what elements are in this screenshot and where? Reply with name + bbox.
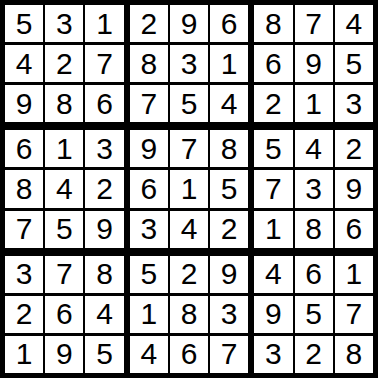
cell-r8c9[interactable]: 7 bbox=[335, 296, 373, 333]
cell-r3c7[interactable]: 2 bbox=[254, 85, 292, 122]
cell-r1c6[interactable]: 6 bbox=[210, 5, 248, 42]
cell-r7c3[interactable]: 8 bbox=[85, 256, 123, 293]
cell-r3c8[interactable]: 1 bbox=[295, 85, 333, 122]
cell-r7c9[interactable]: 1 bbox=[335, 256, 373, 293]
cell-r6c9[interactable]: 6 bbox=[335, 211, 373, 248]
cell-r6c1[interactable]: 7 bbox=[5, 211, 43, 248]
cell-r6c7[interactable]: 1 bbox=[254, 211, 292, 248]
cell-r5c5[interactable]: 1 bbox=[170, 170, 208, 207]
sudoku-box-6: 542739186 bbox=[254, 130, 373, 247]
cell-r4c1[interactable]: 6 bbox=[5, 130, 43, 167]
sudoku-box-3: 874695213 bbox=[254, 5, 373, 122]
cell-r1c4[interactable]: 2 bbox=[130, 5, 168, 42]
cell-r8c2[interactable]: 6 bbox=[45, 296, 83, 333]
cell-r4c6[interactable]: 8 bbox=[210, 130, 248, 167]
cell-r2c6[interactable]: 1 bbox=[210, 45, 248, 82]
cell-r9c7[interactable]: 3 bbox=[254, 336, 292, 373]
cell-r4c3[interactable]: 3 bbox=[85, 130, 123, 167]
cell-r6c2[interactable]: 5 bbox=[45, 211, 83, 248]
cell-r5c9[interactable]: 9 bbox=[335, 170, 373, 207]
cell-r8c7[interactable]: 9 bbox=[254, 296, 292, 333]
sudoku-box-7: 378264195 bbox=[5, 256, 124, 373]
cell-r6c4[interactable]: 3 bbox=[130, 211, 168, 248]
cell-r1c7[interactable]: 8 bbox=[254, 5, 292, 42]
cell-r2c4[interactable]: 8 bbox=[130, 45, 168, 82]
cell-r5c1[interactable]: 8 bbox=[5, 170, 43, 207]
cell-r6c5[interactable]: 4 bbox=[170, 211, 208, 248]
cell-r5c2[interactable]: 4 bbox=[45, 170, 83, 207]
cell-r1c1[interactable]: 5 bbox=[5, 5, 43, 42]
cell-r8c4[interactable]: 1 bbox=[130, 296, 168, 333]
cell-r4c5[interactable]: 7 bbox=[170, 130, 208, 167]
cell-r2c2[interactable]: 2 bbox=[45, 45, 83, 82]
cell-r5c7[interactable]: 7 bbox=[254, 170, 292, 207]
cell-r3c4[interactable]: 7 bbox=[130, 85, 168, 122]
cell-r9c3[interactable]: 5 bbox=[85, 336, 123, 373]
sudoku-box-1: 531427986 bbox=[5, 5, 124, 122]
cell-r2c7[interactable]: 6 bbox=[254, 45, 292, 82]
cell-r2c9[interactable]: 5 bbox=[335, 45, 373, 82]
cell-r8c8[interactable]: 5 bbox=[295, 296, 333, 333]
cell-r5c8[interactable]: 3 bbox=[295, 170, 333, 207]
cell-r9c9[interactable]: 8 bbox=[335, 336, 373, 373]
cell-r5c6[interactable]: 5 bbox=[210, 170, 248, 207]
cell-r4c2[interactable]: 1 bbox=[45, 130, 83, 167]
cell-r9c5[interactable]: 6 bbox=[170, 336, 208, 373]
cell-r3c5[interactable]: 5 bbox=[170, 85, 208, 122]
cell-r3c9[interactable]: 3 bbox=[335, 85, 373, 122]
cell-r5c3[interactable]: 2 bbox=[85, 170, 123, 207]
cell-r1c3[interactable]: 1 bbox=[85, 5, 123, 42]
cell-r3c6[interactable]: 4 bbox=[210, 85, 248, 122]
cell-r4c4[interactable]: 9 bbox=[130, 130, 168, 167]
sudoku-box-8: 529183467 bbox=[130, 256, 249, 373]
cell-r7c5[interactable]: 2 bbox=[170, 256, 208, 293]
cell-r3c1[interactable]: 9 bbox=[5, 85, 43, 122]
cell-r7c6[interactable]: 9 bbox=[210, 256, 248, 293]
cell-r6c8[interactable]: 8 bbox=[295, 211, 333, 248]
cell-r4c7[interactable]: 5 bbox=[254, 130, 292, 167]
cell-r5c4[interactable]: 6 bbox=[130, 170, 168, 207]
cell-r9c1[interactable]: 1 bbox=[5, 336, 43, 373]
cell-r9c2[interactable]: 9 bbox=[45, 336, 83, 373]
cell-r4c8[interactable]: 4 bbox=[295, 130, 333, 167]
cell-r2c5[interactable]: 3 bbox=[170, 45, 208, 82]
cell-r9c8[interactable]: 2 bbox=[295, 336, 333, 373]
cell-r7c4[interactable]: 5 bbox=[130, 256, 168, 293]
cell-r6c6[interactable]: 2 bbox=[210, 211, 248, 248]
cell-r3c3[interactable]: 6 bbox=[85, 85, 123, 122]
cell-r4c9[interactable]: 2 bbox=[335, 130, 373, 167]
cell-r2c3[interactable]: 7 bbox=[85, 45, 123, 82]
cell-r1c9[interactable]: 4 bbox=[335, 5, 373, 42]
sudoku-box-5: 978615342 bbox=[130, 130, 249, 247]
cell-r9c6[interactable]: 7 bbox=[210, 336, 248, 373]
cell-r6c3[interactable]: 9 bbox=[85, 211, 123, 248]
sudoku-box-9: 461957328 bbox=[254, 256, 373, 373]
cell-r8c1[interactable]: 2 bbox=[5, 296, 43, 333]
sudoku-box-2: 296831754 bbox=[130, 5, 249, 122]
cell-r8c6[interactable]: 3 bbox=[210, 296, 248, 333]
cell-r7c2[interactable]: 7 bbox=[45, 256, 83, 293]
cell-r8c3[interactable]: 4 bbox=[85, 296, 123, 333]
sudoku-board: 5314279862968317548746952136138427599786… bbox=[0, 0, 378, 378]
cell-r9c4[interactable]: 4 bbox=[130, 336, 168, 373]
cell-r2c8[interactable]: 9 bbox=[295, 45, 333, 82]
cell-r1c8[interactable]: 7 bbox=[295, 5, 333, 42]
cell-r7c8[interactable]: 6 bbox=[295, 256, 333, 293]
sudoku-box-4: 613842759 bbox=[5, 130, 124, 247]
cell-r7c1[interactable]: 3 bbox=[5, 256, 43, 293]
cell-r8c5[interactable]: 8 bbox=[170, 296, 208, 333]
cell-r1c2[interactable]: 3 bbox=[45, 5, 83, 42]
cell-r3c2[interactable]: 8 bbox=[45, 85, 83, 122]
cell-r7c7[interactable]: 4 bbox=[254, 256, 292, 293]
cell-r1c5[interactable]: 9 bbox=[170, 5, 208, 42]
cell-r2c1[interactable]: 4 bbox=[5, 45, 43, 82]
